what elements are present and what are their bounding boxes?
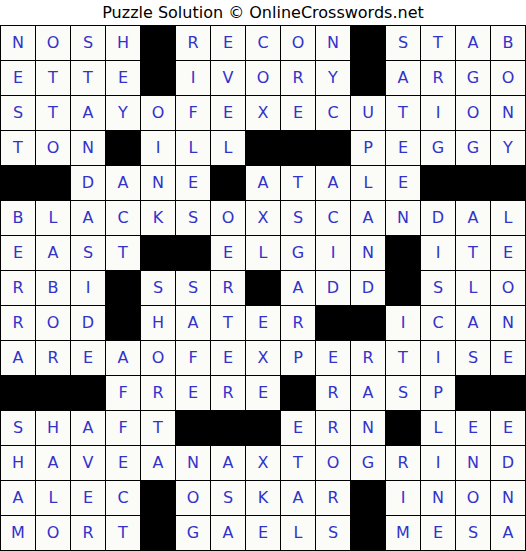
cell-r3c15: N xyxy=(491,96,525,130)
cell-r2c9: R xyxy=(281,61,315,95)
cell-r12c4: F xyxy=(106,411,140,445)
cell-r13c6: N xyxy=(176,446,210,480)
cell-r14c12: I xyxy=(386,481,420,515)
cell-r1c2: O xyxy=(36,26,70,60)
cell-r14c5 xyxy=(141,481,175,515)
cell-r13c8: X xyxy=(246,446,280,480)
cell-r15c9: L xyxy=(281,516,315,550)
cell-r6c6: S xyxy=(176,201,210,235)
cell-r6c11: A xyxy=(351,201,385,235)
cell-r12c10: R xyxy=(316,411,350,445)
cell-r9c13: C xyxy=(421,306,455,340)
cell-r12c2: H xyxy=(36,411,70,445)
cell-r8c3: I xyxy=(71,271,105,305)
cell-r14c13: N xyxy=(421,481,455,515)
cell-r13c1: H xyxy=(1,446,35,480)
cell-r7c12 xyxy=(386,236,420,270)
cell-r13c15: D xyxy=(491,446,525,480)
cell-r8c1: R xyxy=(1,271,35,305)
cell-r1c13: T xyxy=(421,26,455,60)
cell-r11c8: E xyxy=(246,376,280,410)
cell-r2c7: V xyxy=(211,61,245,95)
cell-r14c7: S xyxy=(211,481,245,515)
cell-r15c4: T xyxy=(106,516,140,550)
cell-r7c14: T xyxy=(456,236,490,270)
cell-r3c10: C xyxy=(316,96,350,130)
cell-r11c15 xyxy=(491,376,525,410)
cell-r4c11: P xyxy=(351,131,385,165)
cell-r3c11: U xyxy=(351,96,385,130)
cell-r15c11 xyxy=(351,516,385,550)
cell-r8c6: S xyxy=(176,271,210,305)
cell-r13c12: R xyxy=(386,446,420,480)
cell-r11c6: E xyxy=(176,376,210,410)
cell-r6c7: O xyxy=(211,201,245,235)
cell-r9c3: D xyxy=(71,306,105,340)
cell-r11c3 xyxy=(71,376,105,410)
cell-r13c9: T xyxy=(281,446,315,480)
cell-r13c14: N xyxy=(456,446,490,480)
cell-r9c5: H xyxy=(141,306,175,340)
cell-r12c3: A xyxy=(71,411,105,445)
cell-r3c3: A xyxy=(71,96,105,130)
cell-r9c14: A xyxy=(456,306,490,340)
cell-r7c15: E xyxy=(491,236,525,270)
cell-r6c13: D xyxy=(421,201,455,235)
cell-r6c14: A xyxy=(456,201,490,235)
cell-r4c1: T xyxy=(1,131,35,165)
cell-r12c5: T xyxy=(141,411,175,445)
cell-r12c7 xyxy=(211,411,245,445)
cell-r2c10: Y xyxy=(316,61,350,95)
cell-r14c15: N xyxy=(491,481,525,515)
cell-r4c9 xyxy=(281,131,315,165)
cell-r15c15: A xyxy=(491,516,525,550)
cell-r4c3: N xyxy=(71,131,105,165)
cell-r13c13: I xyxy=(421,446,455,480)
cell-r8c4 xyxy=(106,271,140,305)
cell-r8c9: A xyxy=(281,271,315,305)
cell-r15c10: S xyxy=(316,516,350,550)
cell-r9c6: A xyxy=(176,306,210,340)
cell-r8c15: O xyxy=(491,271,525,305)
cell-r14c9: A xyxy=(281,481,315,515)
cell-r9c12: I xyxy=(386,306,420,340)
cell-r6c5: K xyxy=(141,201,175,235)
cell-r5c10: A xyxy=(316,166,350,200)
cell-r4c5: I xyxy=(141,131,175,165)
cell-r10c6: F xyxy=(176,341,210,375)
cell-r12c1: S xyxy=(1,411,35,445)
cell-r15c7: A xyxy=(211,516,245,550)
cell-r15c2: O xyxy=(36,516,70,550)
cell-r11c9 xyxy=(281,376,315,410)
cell-r1c14: A xyxy=(456,26,490,60)
cell-r15c1: M xyxy=(1,516,35,550)
cell-r6c15: L xyxy=(491,201,525,235)
cell-r2c6: I xyxy=(176,61,210,95)
cell-r11c5: R xyxy=(141,376,175,410)
cell-r2c1: E xyxy=(1,61,35,95)
cell-r1c1: N xyxy=(1,26,35,60)
cell-r9c7: T xyxy=(211,306,245,340)
cell-r3c13: I xyxy=(421,96,455,130)
cell-r2c13: R xyxy=(421,61,455,95)
cell-r5c14 xyxy=(456,166,490,200)
cell-r10c10: E xyxy=(316,341,350,375)
cell-r1c7: E xyxy=(211,26,245,60)
cell-r12c13: L xyxy=(421,411,455,445)
cell-r4c15: Y xyxy=(491,131,525,165)
cell-r1c12: S xyxy=(386,26,420,60)
cell-r10c13: I xyxy=(421,341,455,375)
cell-r11c4: F xyxy=(106,376,140,410)
cell-r8c7: R xyxy=(211,271,245,305)
cell-r4c10 xyxy=(316,131,350,165)
cell-r11c13: P xyxy=(421,376,455,410)
cell-r11c14 xyxy=(456,376,490,410)
cell-r14c14: O xyxy=(456,481,490,515)
cell-r11c2 xyxy=(36,376,70,410)
cell-r15c6: G xyxy=(176,516,210,550)
cell-r10c14: S xyxy=(456,341,490,375)
cell-r1c9: O xyxy=(281,26,315,60)
cell-r12c14: E xyxy=(456,411,490,445)
cell-r1c5 xyxy=(141,26,175,60)
cell-r2c14: G xyxy=(456,61,490,95)
cell-r2c2: T xyxy=(36,61,70,95)
cell-r5c13 xyxy=(421,166,455,200)
cell-r9c2: O xyxy=(36,306,70,340)
cell-r12c8 xyxy=(246,411,280,445)
cell-r1c8: C xyxy=(246,26,280,60)
cell-r4c13: G xyxy=(421,131,455,165)
cell-r12c6 xyxy=(176,411,210,445)
cell-r8c2: B xyxy=(36,271,70,305)
cell-r5c3: D xyxy=(71,166,105,200)
cell-r10c2: R xyxy=(36,341,70,375)
cell-r14c3: E xyxy=(71,481,105,515)
cell-r2c4: E xyxy=(106,61,140,95)
cell-r4c14: G xyxy=(456,131,490,165)
cell-r2c12: A xyxy=(386,61,420,95)
cell-r2c3: T xyxy=(71,61,105,95)
cell-r10c7: E xyxy=(211,341,245,375)
cell-r5c1 xyxy=(1,166,35,200)
cell-r9c9: R xyxy=(281,306,315,340)
cell-r7c5 xyxy=(141,236,175,270)
cell-r13c11: G xyxy=(351,446,385,480)
cell-r14c6: O xyxy=(176,481,210,515)
cell-r9c8: E xyxy=(246,306,280,340)
cell-r10c1: A xyxy=(1,341,35,375)
cell-r13c4: E xyxy=(106,446,140,480)
cell-r11c10: R xyxy=(316,376,350,410)
cell-r6c9: S xyxy=(281,201,315,235)
cell-r4c2: O xyxy=(36,131,70,165)
cell-r6c12: N xyxy=(386,201,420,235)
cell-r9c4 xyxy=(106,306,140,340)
cell-r5c4: A xyxy=(106,166,140,200)
cell-r5c7 xyxy=(211,166,245,200)
cell-r2c11 xyxy=(351,61,385,95)
cell-r14c10: R xyxy=(316,481,350,515)
cell-r1c11 xyxy=(351,26,385,60)
cell-r14c8: K xyxy=(246,481,280,515)
cell-r7c3: S xyxy=(71,236,105,270)
cell-r10c12: T xyxy=(386,341,420,375)
cell-r15c14: S xyxy=(456,516,490,550)
cell-r3c5: O xyxy=(141,96,175,130)
cell-r9c15: N xyxy=(491,306,525,340)
cell-r15c13: E xyxy=(421,516,455,550)
cell-r5c6: E xyxy=(176,166,210,200)
cell-r15c12: M xyxy=(386,516,420,550)
cell-r4c12: E xyxy=(386,131,420,165)
cell-r8c11: D xyxy=(351,271,385,305)
cell-r7c4: T xyxy=(106,236,140,270)
cell-r7c7: E xyxy=(211,236,245,270)
cell-r11c7: R xyxy=(211,376,245,410)
cell-r5c11: L xyxy=(351,166,385,200)
cell-r15c3: R xyxy=(71,516,105,550)
cell-r15c5 xyxy=(141,516,175,550)
cell-r3c7: E xyxy=(211,96,245,130)
cell-r8c10: D xyxy=(316,271,350,305)
cell-r1c4: H xyxy=(106,26,140,60)
cell-r5c5: N xyxy=(141,166,175,200)
cell-r14c11 xyxy=(351,481,385,515)
cell-r7c2: A xyxy=(36,236,70,270)
cell-r10c8: X xyxy=(246,341,280,375)
cell-r14c1: A xyxy=(1,481,35,515)
cell-r10c4: A xyxy=(106,341,140,375)
cell-r10c5: O xyxy=(141,341,175,375)
cell-r10c11: R xyxy=(351,341,385,375)
cell-r3c1: S xyxy=(1,96,35,130)
cell-r4c8 xyxy=(246,131,280,165)
crossword-grid: NOSHRECONSTABETTEIVORYARGOSTAYOFEXECUTIO… xyxy=(0,25,526,551)
cell-r13c7: A xyxy=(211,446,245,480)
page-title: Puzzle Solution © OnlineCrosswords.net xyxy=(0,0,526,25)
cell-r14c4: C xyxy=(106,481,140,515)
cell-r3c14: O xyxy=(456,96,490,130)
cell-r5c2 xyxy=(36,166,70,200)
cell-r9c1: R xyxy=(1,306,35,340)
cell-r6c10: C xyxy=(316,201,350,235)
cell-r3c12: T xyxy=(386,96,420,130)
cell-r9c10 xyxy=(316,306,350,340)
cell-r6c8: X xyxy=(246,201,280,235)
cell-r11c12: S xyxy=(386,376,420,410)
cell-r3c6: F xyxy=(176,96,210,130)
cell-r5c9: T xyxy=(281,166,315,200)
cell-r8c13: S xyxy=(421,271,455,305)
cell-r9c11 xyxy=(351,306,385,340)
cell-r1c15: B xyxy=(491,26,525,60)
cell-r2c15: O xyxy=(491,61,525,95)
cell-r5c12: E xyxy=(386,166,420,200)
cell-r5c8: A xyxy=(246,166,280,200)
cell-r12c9: E xyxy=(281,411,315,445)
cell-r1c6: R xyxy=(176,26,210,60)
cell-r13c3: V xyxy=(71,446,105,480)
cell-r13c10: O xyxy=(316,446,350,480)
cell-r3c8: X xyxy=(246,96,280,130)
cell-r4c7: L xyxy=(211,131,245,165)
cell-r13c5: A xyxy=(141,446,175,480)
cell-r3c4: Y xyxy=(106,96,140,130)
puzzle-solution-page: Puzzle Solution © OnlineCrosswords.net N… xyxy=(0,0,526,551)
cell-r1c10: N xyxy=(316,26,350,60)
cell-r7c8: L xyxy=(246,236,280,270)
cell-r8c14: L xyxy=(456,271,490,305)
cell-r6c2: L xyxy=(36,201,70,235)
cell-r13c2: A xyxy=(36,446,70,480)
cell-r2c8: O xyxy=(246,61,280,95)
cell-r7c13: I xyxy=(421,236,455,270)
cell-r4c4 xyxy=(106,131,140,165)
cell-r5c15 xyxy=(491,166,525,200)
cell-r3c2: T xyxy=(36,96,70,130)
cell-r10c9: P xyxy=(281,341,315,375)
cell-r6c3: A xyxy=(71,201,105,235)
cell-r12c15: E xyxy=(491,411,525,445)
cell-r7c11: N xyxy=(351,236,385,270)
cell-r8c8 xyxy=(246,271,280,305)
cell-r10c15: E xyxy=(491,341,525,375)
cell-r15c8: E xyxy=(246,516,280,550)
cell-r10c3: E xyxy=(71,341,105,375)
cell-r6c1: B xyxy=(1,201,35,235)
cell-r12c12 xyxy=(386,411,420,445)
cell-r7c10: I xyxy=(316,236,350,270)
cell-r8c12 xyxy=(386,271,420,305)
cell-r11c1 xyxy=(1,376,35,410)
cell-r8c5: S xyxy=(141,271,175,305)
cell-r1c3: S xyxy=(71,26,105,60)
cell-r7c1: E xyxy=(1,236,35,270)
cell-r6c4: C xyxy=(106,201,140,235)
cell-r7c9: G xyxy=(281,236,315,270)
cell-r3c9: E xyxy=(281,96,315,130)
cell-r2c5 xyxy=(141,61,175,95)
cell-r4c6: L xyxy=(176,131,210,165)
cell-r11c11: A xyxy=(351,376,385,410)
cell-r14c2: L xyxy=(36,481,70,515)
cell-r12c11: N xyxy=(351,411,385,445)
cell-r7c6 xyxy=(176,236,210,270)
